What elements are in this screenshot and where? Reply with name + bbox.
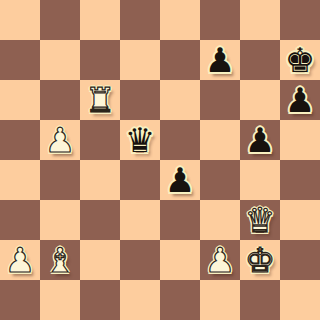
square-a7[interactable] (0, 40, 40, 80)
square-b3[interactable] (40, 200, 80, 240)
white-rook[interactable]: ♜ (80, 80, 120, 120)
square-f4[interactable] (200, 160, 240, 200)
square-g4[interactable] (240, 160, 280, 200)
square-f7[interactable]: ♟ (200, 40, 240, 80)
square-d7[interactable] (120, 40, 160, 80)
square-a5[interactable] (0, 120, 40, 160)
square-g7[interactable] (240, 40, 280, 80)
square-a6[interactable] (0, 80, 40, 120)
white-pawn[interactable]: ♟ (40, 120, 80, 160)
square-b7[interactable] (40, 40, 80, 80)
square-c1[interactable] (80, 280, 120, 320)
square-e3[interactable] (160, 200, 200, 240)
square-a3[interactable] (0, 200, 40, 240)
square-d1[interactable] (120, 280, 160, 320)
square-c6[interactable]: ♜ (80, 80, 120, 120)
square-a8[interactable] (0, 0, 40, 40)
square-c4[interactable] (80, 160, 120, 200)
square-c7[interactable] (80, 40, 120, 80)
square-f5[interactable] (200, 120, 240, 160)
square-c2[interactable] (80, 240, 120, 280)
square-h6[interactable]: ♟ (280, 80, 320, 120)
square-h4[interactable] (280, 160, 320, 200)
square-h8[interactable] (280, 0, 320, 40)
square-g8[interactable] (240, 0, 280, 40)
square-b6[interactable] (40, 80, 80, 120)
square-e6[interactable] (160, 80, 200, 120)
square-f3[interactable] (200, 200, 240, 240)
black-queen[interactable]: ♛ (120, 120, 160, 160)
square-h5[interactable] (280, 120, 320, 160)
square-f1[interactable] (200, 280, 240, 320)
square-e2[interactable] (160, 240, 200, 280)
square-e1[interactable] (160, 280, 200, 320)
square-e7[interactable] (160, 40, 200, 80)
white-bishop[interactable]: ♝ (40, 240, 80, 280)
square-g3[interactable]: ♛ (240, 200, 280, 240)
white-pawn[interactable]: ♟ (0, 240, 40, 280)
square-a2[interactable]: ♟ (0, 240, 40, 280)
square-f2[interactable]: ♟ (200, 240, 240, 280)
square-d2[interactable] (120, 240, 160, 280)
square-b8[interactable] (40, 0, 80, 40)
square-b2[interactable]: ♝ (40, 240, 80, 280)
square-g6[interactable] (240, 80, 280, 120)
square-f8[interactable] (200, 0, 240, 40)
chess-board: ♟♚♜♟♟♛♟♟♛♟♝♟♚ (0, 0, 320, 320)
white-queen[interactable]: ♛ (240, 200, 280, 240)
white-pawn[interactable]: ♟ (200, 240, 240, 280)
square-e5[interactable] (160, 120, 200, 160)
square-g5[interactable]: ♟ (240, 120, 280, 160)
square-b1[interactable] (40, 280, 80, 320)
black-pawn[interactable]: ♟ (280, 80, 320, 120)
square-h2[interactable] (280, 240, 320, 280)
square-h3[interactable] (280, 200, 320, 240)
square-d4[interactable] (120, 160, 160, 200)
square-g1[interactable] (240, 280, 280, 320)
black-king[interactable]: ♚ (280, 40, 320, 80)
square-c5[interactable] (80, 120, 120, 160)
square-b5[interactable]: ♟ (40, 120, 80, 160)
square-a4[interactable] (0, 160, 40, 200)
square-b4[interactable] (40, 160, 80, 200)
black-pawn[interactable]: ♟ (160, 160, 200, 200)
square-c3[interactable] (80, 200, 120, 240)
square-g2[interactable]: ♚ (240, 240, 280, 280)
white-king[interactable]: ♚ (240, 240, 280, 280)
square-e8[interactable] (160, 0, 200, 40)
square-d3[interactable] (120, 200, 160, 240)
square-d8[interactable] (120, 0, 160, 40)
square-c8[interactable] (80, 0, 120, 40)
square-a1[interactable] (0, 280, 40, 320)
square-d6[interactable] (120, 80, 160, 120)
square-f6[interactable] (200, 80, 240, 120)
black-pawn[interactable]: ♟ (200, 40, 240, 80)
square-e4[interactable]: ♟ (160, 160, 200, 200)
black-pawn[interactable]: ♟ (240, 120, 280, 160)
square-d5[interactable]: ♛ (120, 120, 160, 160)
square-h1[interactable] (280, 280, 320, 320)
square-h7[interactable]: ♚ (280, 40, 320, 80)
